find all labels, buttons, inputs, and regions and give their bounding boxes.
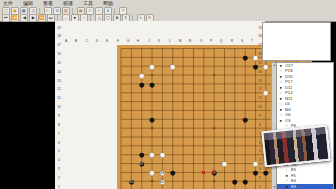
square-mark-icon: ▢ xyxy=(106,15,110,19)
coords-icon: # xyxy=(89,8,91,12)
prev-move-icon: ◀ xyxy=(22,15,25,19)
white-stone-icon: ○ xyxy=(280,91,282,95)
coordinate-label: C xyxy=(85,39,87,42)
white-stone-icon: ○ xyxy=(280,80,282,84)
black-stone-icon: ● xyxy=(280,108,282,112)
coordinate-label: 16 xyxy=(57,52,61,55)
white-stone-glyph: ● xyxy=(149,167,155,178)
move-coord-label: E4 xyxy=(291,179,296,183)
black-stone-glyph: ● xyxy=(242,114,248,125)
coordinate-label: D xyxy=(96,39,98,42)
black-stone-F5[interactable]: ● xyxy=(168,168,178,177)
move-coord-label: O5 xyxy=(285,119,291,123)
coordinate-label: M xyxy=(178,39,181,42)
black-stone-D15[interactable]: ● xyxy=(147,79,157,88)
coordinate-label: 14 xyxy=(57,70,61,73)
open-file-icon: ▣ xyxy=(13,8,17,12)
move-coord-label: D11 xyxy=(285,86,292,90)
coordinate-label: N xyxy=(189,39,191,42)
prev-move-icon[interactable]: ◀ xyxy=(20,14,28,22)
black-stone-glyph: ● xyxy=(149,114,155,125)
white-stone-icon: ○ xyxy=(286,168,288,172)
tree-icon: ⑂ xyxy=(98,8,101,12)
coordinate-label: 4 xyxy=(58,159,60,162)
board-icon: ▦ xyxy=(79,8,83,12)
white-stone-O6[interactable]: ● xyxy=(250,159,260,168)
toolbar-separator xyxy=(39,8,42,14)
coordinate-label: P xyxy=(210,39,212,42)
coordinate-label: O xyxy=(199,39,202,42)
white-stone-D5[interactable]: ● xyxy=(147,168,157,177)
coordinate-label: 10 xyxy=(57,105,61,108)
move-coord-label: F5 xyxy=(291,174,296,178)
first-move-icon: ⏮ xyxy=(4,15,8,19)
move-list-item-K5[interactable]: ●K5 xyxy=(277,184,333,189)
white-stone-icon: ○ xyxy=(83,15,86,19)
move-coord-label: D15 xyxy=(285,75,293,79)
move-coord-label: O17 xyxy=(285,64,293,68)
white-stone-glyph: ● xyxy=(159,149,165,160)
black-stone-icon: ● xyxy=(280,119,282,123)
move-coord-label: O6 xyxy=(285,113,291,117)
current-move-dot xyxy=(212,170,216,174)
black-stone-icon: ● xyxy=(280,75,282,79)
next-move-icon[interactable]: ▶ xyxy=(29,14,37,22)
copy-icon: ⧉ xyxy=(55,8,58,12)
white-stone-icon: ○ xyxy=(280,113,282,117)
coordinate-label: 17 xyxy=(57,44,61,47)
white-stone-glyph: ● xyxy=(149,61,155,72)
app-window: { "game": "go", "app": { "menu": ["文件", … xyxy=(0,0,336,189)
black-stone-N4[interactable]: ● xyxy=(240,177,250,186)
black-stone-K5[interactable]: ● xyxy=(209,168,219,177)
info-icon: ℹ xyxy=(107,8,109,12)
black-stone-P5[interactable]: ● xyxy=(261,168,271,177)
white-stone-glyph: ● xyxy=(263,87,269,98)
coordinate-label: 9 xyxy=(58,114,60,117)
white-stone-glyph: ● xyxy=(221,158,227,169)
move-coord-label: P17 xyxy=(285,80,292,84)
coordinate-label: 15 xyxy=(57,61,61,64)
variation-icon: ↳ xyxy=(139,15,143,19)
coordinate-label: A xyxy=(65,39,67,42)
coordinate-label: 19 xyxy=(57,26,61,29)
toolbar-row-2: ⏮⏪◀▶⏩⏭–●○△▢A1↳✕ xyxy=(0,14,336,21)
coordinate-label: 3 xyxy=(58,167,60,170)
coordinate-label: 11 xyxy=(57,97,60,100)
black-stone-D11[interactable]: ● xyxy=(147,115,157,124)
coordinate-label: Q xyxy=(220,39,223,42)
coordinate-label: R xyxy=(230,39,232,42)
fwd-10-icon[interactable]: ⏩ xyxy=(38,14,46,22)
black-stone-glyph: ● xyxy=(128,176,134,187)
coordinate-label: 12 xyxy=(57,88,61,91)
move-coord-label: P18 xyxy=(285,69,292,73)
white-stone-glyph: ● xyxy=(170,61,176,72)
fwd-10-icon: ⏩ xyxy=(39,15,44,19)
white-stone-P14[interactable]: ● xyxy=(261,88,271,97)
black-stone-glyph: ● xyxy=(242,52,248,63)
new-file-icon: ▢ xyxy=(4,8,8,12)
black-stone-N11[interactable]: ● xyxy=(240,115,250,124)
white-stone-D17[interactable]: ● xyxy=(147,62,157,71)
triangle-mark-icon: △ xyxy=(97,15,100,19)
toolbar-separator xyxy=(90,15,93,21)
print-icon: ⎙ xyxy=(31,8,34,12)
number-label-icon: 1 xyxy=(125,15,127,19)
coordinate-label: J xyxy=(148,39,150,42)
cut-icon: ✄ xyxy=(46,8,50,12)
pass-icon: – xyxy=(65,15,67,19)
black-stone-glyph: ● xyxy=(170,167,176,178)
white-stone-icon: ○ xyxy=(280,102,282,106)
coordinate-label: 1 xyxy=(58,185,60,188)
black-stone-glyph: ● xyxy=(242,176,248,187)
white-stone-L6[interactable]: ● xyxy=(219,159,229,168)
coordinate-label: T xyxy=(251,39,253,42)
coordinate-label: 6 xyxy=(58,141,60,144)
letter-label-icon: A xyxy=(116,15,119,19)
red-point-marker xyxy=(202,171,205,174)
back-10-icon[interactable]: ⏪ xyxy=(11,14,19,22)
black-stone-icon: ● xyxy=(74,15,77,19)
coordinate-label: 18 xyxy=(57,35,61,38)
toolbar-separator xyxy=(132,15,135,21)
coordinate-label: K xyxy=(158,39,160,42)
paste-icon: ▧ xyxy=(64,8,68,12)
coordinate-label: B xyxy=(75,39,77,42)
first-move-icon[interactable]: ⏮ xyxy=(2,14,10,22)
coordinate-label: F xyxy=(117,39,119,42)
black-stone-glyph: ● xyxy=(149,79,155,90)
board-panel: ABCDEFGHJKLMNOPQRST191918181717161615151… xyxy=(55,21,265,189)
toolbar-area: 文件编辑查看棋谱工具帮助 ▢▣▦⎙✄⧉▧▦#⑂ℹ? ⏮⏪◀▶⏩⏭–●○△▢A1↳… xyxy=(0,0,336,22)
black-stone-icon: ● xyxy=(286,174,288,178)
white-stone-E4[interactable]: ●60 xyxy=(157,177,167,186)
last-move-icon: ⏭ xyxy=(49,15,53,19)
coordinate-label: S xyxy=(241,39,243,42)
white-stone-glyph: ● xyxy=(252,158,258,169)
white-stone-glyph: ● xyxy=(138,70,144,81)
move-coord-label: K5 xyxy=(291,185,296,189)
black-stone-icon: ● xyxy=(280,64,282,68)
coordinate-label: 18 xyxy=(258,35,262,38)
black-stone-M4[interactable]: ● xyxy=(230,177,240,186)
black-stone-icon: ● xyxy=(286,185,288,189)
white-stone-icon: ○ xyxy=(286,179,288,183)
coordinate-label: 7 xyxy=(58,132,60,135)
black-stone-C6[interactable]: ●57 xyxy=(136,159,146,168)
black-stone-glyph: ● xyxy=(232,176,238,187)
white-stone-glyph: ● xyxy=(252,52,258,63)
coordinate-label: 13 xyxy=(57,79,61,82)
black-stone-O5[interactable]: ● xyxy=(250,168,260,177)
move-coord-label: M4 xyxy=(285,108,291,112)
black-stone-N18[interactable]: ● xyxy=(240,53,250,62)
marked-point-J5[interactable] xyxy=(199,168,209,177)
black-stone-B4[interactable]: ●55 xyxy=(126,177,136,186)
coordinate-label: 8 xyxy=(58,123,60,126)
white-stone-F17[interactable]: ● xyxy=(168,62,178,71)
black-stone-O17[interactable]: ● xyxy=(250,62,260,71)
black-stone-glyph: ● xyxy=(138,158,144,169)
white-stone-C16[interactable]: ● xyxy=(136,71,146,80)
coordinate-label: H xyxy=(137,39,139,42)
toolbar-separator xyxy=(114,8,117,14)
white-stone-D7[interactable]: ● xyxy=(147,150,157,159)
coordinate-label: 19 xyxy=(258,26,262,29)
menu-bar: 文件编辑查看棋谱工具帮助 xyxy=(0,0,336,7)
coordinate-label: L xyxy=(169,39,171,42)
move-coord-label: P14 xyxy=(285,91,292,95)
move-coord-label: E5 xyxy=(291,168,296,172)
next-move-icon: ▶ xyxy=(31,15,34,19)
coordinate-label: E xyxy=(106,39,108,42)
white-stone-glyph: ● xyxy=(149,149,155,160)
coordinate-label: G xyxy=(127,39,130,42)
white-stone-O18[interactable]: ● xyxy=(250,53,260,62)
white-stone-glyph: ● xyxy=(263,61,269,72)
toolbar-separator xyxy=(57,15,60,21)
white-stone-glyph: ● xyxy=(159,176,165,187)
toolbar-separator xyxy=(72,8,75,14)
coordinate-label: 2 xyxy=(58,176,60,179)
black-stone-icon: ● xyxy=(280,97,282,101)
delete-icon: ✕ xyxy=(148,15,152,19)
move-coord-label: N11 xyxy=(285,97,292,101)
move-coord-label: L6 xyxy=(285,102,290,106)
video-sticker-overlay xyxy=(261,125,330,168)
black-stone-icon: ● xyxy=(280,86,282,90)
coordinate-label: 5 xyxy=(58,150,60,153)
last-move-icon[interactable]: ⏭ xyxy=(47,14,55,22)
white-stone-P17[interactable]: ● xyxy=(261,62,271,71)
white-stone-icon: ○ xyxy=(280,69,282,73)
toolbar-row-1: ▢▣▦⎙✄⧉▧▦#⑂ℹ? xyxy=(0,7,336,14)
help-icon: ? xyxy=(122,8,124,12)
white-stone-E7[interactable]: ● xyxy=(157,150,167,159)
back-10-icon: ⏪ xyxy=(12,15,17,19)
comment-panel[interactable] xyxy=(262,22,331,61)
save-icon: ▦ xyxy=(22,8,26,12)
